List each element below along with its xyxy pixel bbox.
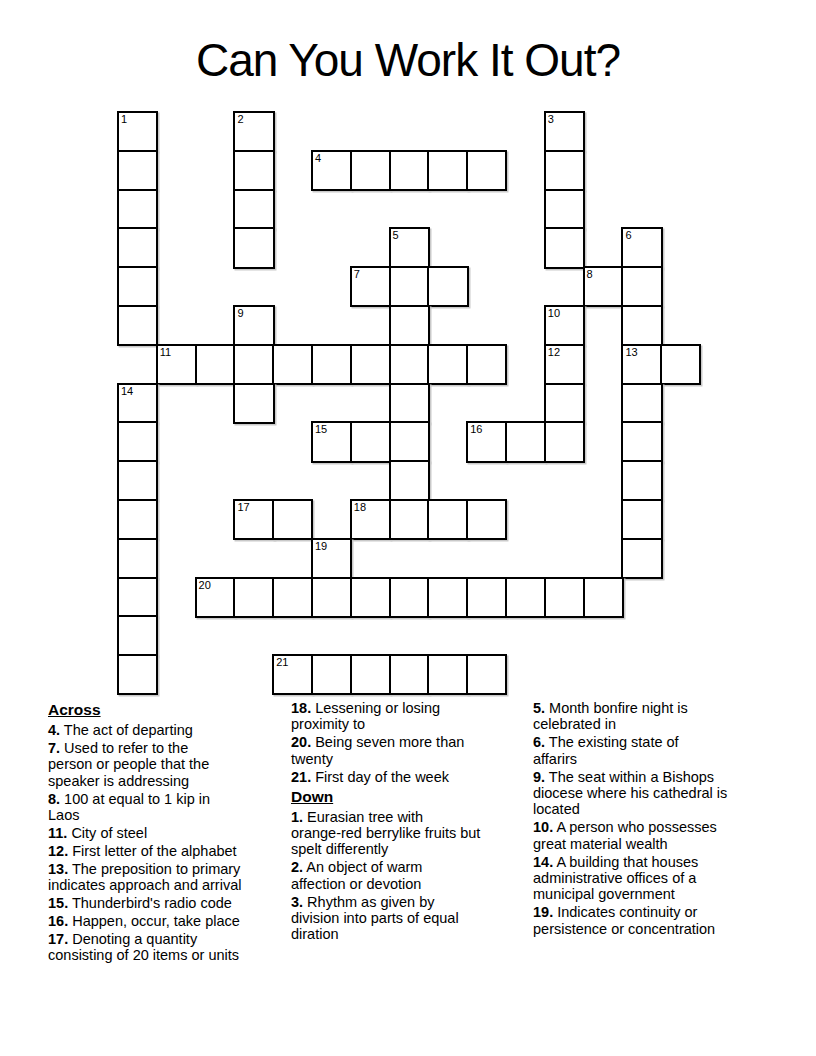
clue-18: 18. Lessening or losing proximity to [291, 700, 541, 733]
grid-cell-r8c10[interactable] [505, 421, 546, 462]
clue-number-label: 11. [48, 825, 67, 841]
clue-text: Happen, occur, take place [68, 913, 240, 929]
clue-number-2: 2 [237, 113, 243, 126]
grid-cell-r9c0[interactable] [117, 460, 158, 501]
clue-number-10: 10 [548, 307, 560, 320]
clue-5: 5. Month bonfire night is celebrated in [533, 700, 783, 733]
clue-number-label: 19. [533, 904, 553, 920]
grid-cell-r6c4[interactable] [272, 344, 313, 385]
clue-text: A person who possesses great material we… [533, 819, 717, 851]
grid-cell-r5c3[interactable]: 9 [233, 305, 274, 346]
clue-8: 8. 100 at equal to 1 kip in Laos [48, 791, 298, 824]
clue-10: 10. A person who possesses great materia… [533, 819, 783, 852]
grid-cell-r4c12[interactable]: 8 [583, 266, 624, 307]
clue-number-6: 6 [625, 229, 631, 242]
clue-text: Indicates continuity or persistence or c… [533, 904, 715, 936]
clue-16: 16. Happen, occur, take place [48, 913, 298, 929]
clue-number-label: 10. [533, 819, 553, 835]
grid-cell-r1c8[interactable] [427, 150, 468, 191]
grid-cell-r10c0[interactable] [117, 499, 158, 540]
grid-cell-r0c3[interactable]: 2 [233, 111, 274, 152]
grid-cell-r2c11[interactable] [544, 189, 585, 230]
across-heading: Across [48, 700, 298, 720]
clue-number-15: 15 [315, 423, 327, 436]
grid-cell-r7c11[interactable] [544, 383, 585, 424]
grid-cell-r5c7[interactable] [389, 305, 430, 346]
clue-text: The preposition to primary indicates app… [48, 861, 241, 893]
grid-cell-r14c9[interactable] [466, 654, 507, 695]
clue-number-label: 17. [48, 931, 68, 947]
grid-cell-r5c0[interactable] [117, 305, 158, 346]
grid-cell-r14c4[interactable]: 21 [272, 654, 313, 695]
grid-cell-r14c5[interactable] [311, 654, 352, 695]
clue-13: 13. The preposition to primary indicates… [48, 861, 298, 894]
grid-cell-r12c5[interactable] [311, 577, 352, 618]
grid-cell-r1c0[interactable] [117, 150, 158, 191]
clue-number-3: 3 [548, 113, 554, 126]
grid-cell-r6c2[interactable] [195, 344, 236, 385]
grid-cell-r13c0[interactable] [117, 615, 158, 656]
grid-cell-r8c0[interactable] [117, 421, 158, 462]
grid-cell-r14c0[interactable] [117, 654, 158, 695]
grid-cell-r7c7[interactable] [389, 383, 430, 424]
clue-text: Denoting a quantity consisting of 20 ite… [48, 931, 239, 963]
clue-text: Rhythm as given by division into parts o… [291, 894, 459, 943]
clue-column-1: Across4. The act of departing7. Used to … [48, 700, 298, 965]
clue-11: 11. City of steel [48, 825, 298, 841]
clue-number-20: 20 [199, 579, 211, 592]
grid-cell-r1c7[interactable] [389, 150, 430, 191]
grid-cell-r5c11[interactable]: 10 [544, 305, 585, 346]
grid-cell-r1c3[interactable] [233, 150, 274, 191]
grid-cell-r11c13[interactable] [621, 538, 662, 579]
clue-text: 100 at equal to 1 kip in Laos [48, 791, 210, 823]
grid-cell-r11c0[interactable] [117, 538, 158, 579]
clue-number-label: 14. [533, 854, 553, 870]
clue-text: First letter of the alphabet [68, 843, 236, 859]
grid-cell-r12c2[interactable]: 20 [195, 577, 236, 618]
grid-cell-r3c13[interactable]: 6 [621, 227, 662, 268]
clue-number-17: 17 [237, 501, 249, 514]
down-heading: Down [291, 787, 541, 807]
grid-cell-r6c8[interactable] [427, 344, 468, 385]
grid-cell-r6c14[interactable] [660, 344, 701, 385]
grid-cell-r4c6[interactable]: 7 [350, 266, 391, 307]
clue-number-12: 12 [548, 346, 560, 359]
clue-number-16: 16 [470, 423, 482, 436]
grid-cell-r9c13[interactable] [621, 460, 662, 501]
grid-cell-r6c7[interactable] [389, 344, 430, 385]
clue-number-label: 13. [48, 861, 68, 877]
grid-cell-r0c11[interactable]: 3 [544, 111, 585, 152]
clue-20: 20. Being seven more than twenty [291, 734, 541, 767]
clue-15: 15. Thunderbird's radio code [48, 895, 298, 911]
crossword-page: Can You Work It Out? 1234567891011121314… [0, 0, 816, 1056]
grid-cell-r10c4[interactable] [272, 499, 313, 540]
clue-text: Thunderbird's radio code [68, 895, 232, 911]
clue-text: A building that houses administrative of… [533, 854, 698, 903]
grid-cell-r4c13[interactable] [621, 266, 662, 307]
clue-number-label: 4. [48, 722, 60, 738]
grid-cell-r4c0[interactable] [117, 266, 158, 307]
clue-number-18: 18 [354, 501, 366, 514]
grid-cell-r12c4[interactable] [272, 577, 313, 618]
clue-number-7: 7 [354, 268, 360, 281]
grid-cell-r6c5[interactable] [311, 344, 352, 385]
clue-4: 4. The act of departing [48, 722, 298, 738]
grid-cell-r12c11[interactable] [544, 577, 585, 618]
clue-2: 2. An object of warm affection or devoti… [291, 859, 541, 892]
grid-cell-r1c9[interactable] [466, 150, 507, 191]
clue-number-label: 8. [48, 791, 60, 807]
grid-cell-r12c3[interactable] [233, 577, 274, 618]
grid-cell-r8c7[interactable] [389, 421, 430, 462]
grid-cell-r7c13[interactable] [621, 383, 662, 424]
clue-1: 1. Eurasian tree with orange-red berryli… [291, 809, 541, 858]
grid-cell-r6c11[interactable]: 12 [544, 344, 585, 385]
clue-21: 21. First day of the week [291, 769, 541, 785]
clue-number-label: 20. [291, 734, 311, 750]
clue-12: 12. First letter of the alphabet [48, 843, 298, 859]
clue-text: Lessening or losing proximity to [291, 700, 440, 732]
clue-number-label: 7. [48, 740, 60, 756]
clue-text: An object of warm affection or devotion [291, 859, 422, 891]
grid-cell-r2c3[interactable] [233, 189, 274, 230]
clue-number-label: 21. [291, 769, 311, 785]
clue-19: 19. Indicates continuity or persistence … [533, 904, 783, 937]
grid-cell-r8c5[interactable]: 15 [311, 421, 352, 462]
clue-number-14: 14 [121, 385, 133, 398]
grid-cell-r4c8[interactable] [427, 266, 468, 307]
clue-number-1: 1 [121, 113, 127, 126]
clue-number-label: 5. [533, 700, 545, 716]
clue-number-19: 19 [315, 540, 327, 553]
grid-cell-r8c9[interactable]: 16 [466, 421, 507, 462]
grid-cell-r14c8[interactable] [427, 654, 468, 695]
grid-cell-r7c0[interactable]: 14 [117, 383, 158, 424]
clue-text: The existing state of affarirs [533, 734, 679, 766]
grid-cell-r5c13[interactable] [621, 305, 662, 346]
grid-cell-r3c11[interactable] [544, 227, 585, 268]
clue-3: 3. Rhythm as given by division into part… [291, 894, 541, 943]
grid-cell-r8c13[interactable] [621, 421, 662, 462]
grid-cell-r3c0[interactable] [117, 227, 158, 268]
grid-cell-r12c7[interactable] [389, 577, 430, 618]
clue-9: 9. The seat within a Bishops diocese whe… [533, 769, 783, 818]
clue-number-label: 6. [533, 734, 545, 750]
grid-cell-r12c6[interactable] [350, 577, 391, 618]
clue-text: Eurasian tree with orange-red berrylike … [291, 809, 480, 858]
clue-text: The seat within a Bishops diocese where … [533, 769, 727, 818]
clue-number-5: 5 [393, 229, 399, 242]
clue-number-21: 21 [276, 656, 288, 669]
clue-number-13: 13 [625, 346, 637, 359]
clue-number-4: 4 [315, 152, 321, 165]
grid-cell-r14c7[interactable] [389, 654, 430, 695]
grid-cell-r10c9[interactable] [466, 499, 507, 540]
clue-17: 17. Denoting a quantity consisting of 20… [48, 931, 298, 964]
grid-cell-r10c3[interactable]: 17 [233, 499, 274, 540]
clue-6: 6. The existing state of affarirs [533, 734, 783, 767]
grid-cell-r10c6[interactable]: 18 [350, 499, 391, 540]
grid-cell-r1c11[interactable] [544, 150, 585, 191]
clue-column-3: 5. Month bonfire night is celebrated in6… [533, 700, 783, 939]
grid-cell-r6c13[interactable]: 13 [621, 344, 662, 385]
clue-number-label: 3. [291, 894, 303, 910]
grid-cell-r1c5[interactable]: 4 [311, 150, 352, 191]
clue-number-label: 1. [291, 809, 303, 825]
clue-number-label: 9. [533, 769, 545, 785]
grid-cell-r12c12[interactable] [583, 577, 624, 618]
clue-text: City of steel [67, 825, 147, 841]
grid-cell-r14c6[interactable] [350, 654, 391, 695]
grid-cell-r8c11[interactable] [544, 421, 585, 462]
grid-cell-r11c5[interactable]: 19 [311, 538, 352, 579]
clue-number-label: 15. [48, 895, 68, 911]
grid-cell-r2c0[interactable] [117, 189, 158, 230]
clue-column-2: 18. Lessening or losing proximity to20. … [291, 700, 541, 944]
clue-text: Being seven more than twenty [291, 734, 464, 766]
grid-cell-r1c6[interactable] [350, 150, 391, 191]
clue-number-label: 12. [48, 843, 68, 859]
grid-cell-r0c0[interactable]: 1 [117, 111, 158, 152]
grid-cell-r3c3[interactable] [233, 227, 274, 268]
crossword-grid: 123456789101112131415161718192021 [117, 111, 699, 693]
grid-cell-r12c10[interactable] [505, 577, 546, 618]
clue-number-label: 2. [291, 859, 303, 875]
grid-cell-r6c3[interactable] [233, 344, 274, 385]
grid-cell-r10c13[interactable] [621, 499, 662, 540]
grid-cell-r6c6[interactable] [350, 344, 391, 385]
grid-cell-r10c8[interactable] [427, 499, 468, 540]
clue-text: Month bonfire night is celebrated in [533, 700, 688, 732]
grid-cell-r12c9[interactable] [466, 577, 507, 618]
clue-number-label: 18. [291, 700, 311, 716]
grid-cell-r6c1[interactable]: 11 [156, 344, 197, 385]
clue-7: 7. Used to refer to the person or people… [48, 740, 298, 789]
page-title: Can You Work It Out? [0, 34, 816, 86]
clue-text: The act of departing [60, 722, 193, 738]
grid-cell-r7c3[interactable] [233, 383, 274, 424]
grid-cell-r12c8[interactable] [427, 577, 468, 618]
grid-cell-r3c7[interactable]: 5 [389, 227, 430, 268]
clue-number-11: 11 [160, 346, 171, 359]
grid-cell-r4c7[interactable] [389, 266, 430, 307]
clue-number-label: 16. [48, 913, 68, 929]
clue-number-8: 8 [587, 268, 593, 281]
clue-text: Used to refer to the person or people th… [48, 740, 209, 789]
grid-cell-r6c9[interactable] [466, 344, 507, 385]
grid-cell-r8c6[interactable] [350, 421, 391, 462]
clue-text: First day of the week [311, 769, 449, 785]
grid-cell-r9c7[interactable] [389, 460, 430, 501]
grid-cell-r10c7[interactable] [389, 499, 430, 540]
clue-number-9: 9 [237, 307, 243, 320]
clue-14: 14. A building that houses administrativ… [533, 854, 783, 903]
grid-cell-r12c0[interactable] [117, 577, 158, 618]
